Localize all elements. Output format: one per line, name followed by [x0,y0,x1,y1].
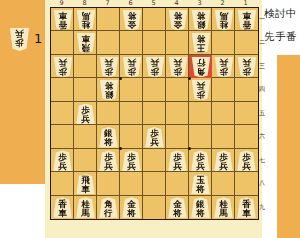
piece-kanji: 歩兵 [58,57,68,77]
piece-kanji: 王将 [196,33,206,53]
piece-kanji: 歩兵 [58,151,68,171]
piece-kanji: 金将 [127,198,137,218]
piece-kanji: 歩兵 [219,57,229,77]
board-square[interactable] [51,125,74,148]
board-square[interactable] [120,31,143,54]
rank-label-8: 八 [258,179,266,186]
board-square[interactable] [166,78,189,101]
rank-label-5: 五 [258,109,266,116]
piece-kanji: 歩兵 [173,57,183,77]
board-square[interactable] [120,125,143,148]
board-square[interactable] [166,125,189,148]
piece-kanji: 銀将 [196,198,206,218]
board-square[interactable] [74,55,97,78]
board-square[interactable] [143,102,166,125]
gote-hand-tray: 歩兵 1 [0,0,45,184]
gote-hand-pawn-count: 1 [34,31,42,46]
piece-kanji: 歩兵 [150,127,160,147]
rank-label-4: 四 [258,85,266,92]
board-square[interactable] [97,31,120,54]
piece-kanji: 歩兵 [127,57,137,77]
board-square[interactable] [120,102,143,125]
board-square[interactable] [189,125,212,148]
board-square[interactable] [235,125,258,148]
board-square[interactable] [74,78,97,101]
piece-kanji: 銀将 [104,127,114,147]
piece-kanji: 桂馬 [81,10,91,30]
piece-kanji: 金将 [127,10,137,30]
board-square[interactable] [97,102,120,125]
board-square[interactable] [166,172,189,195]
board-square[interactable] [143,149,166,172]
board-square[interactable] [143,31,166,54]
file-label-6: 6 [119,0,142,7]
gote-hand-pawn-piece[interactable]: 歩兵 [9,28,30,51]
board-square[interactable] [143,78,166,101]
rank-label-6: 六 [258,132,266,139]
piece-kanji: 歩兵 [242,57,252,77]
piece-kanji: 香車 [242,198,252,218]
board-square[interactable] [51,78,74,101]
board-square[interactable] [235,78,258,101]
hoshi-dot [119,77,122,80]
piece-kanji: 銀将 [104,80,114,100]
piece-kanji: 歩兵 [104,151,114,171]
piece-kanji: 歩兵 [81,104,91,124]
board-square[interactable] [120,78,143,101]
board-square[interactable] [74,125,97,148]
board-square[interactable] [143,196,166,219]
piece-kanji: 角行 [196,57,206,77]
piece-kanji: 歩兵 [196,151,206,171]
board-square[interactable] [166,102,189,125]
file-label-4: 4 [165,0,188,7]
shogi-board: 香車桂馬金将金将銀将桂馬香車飛車王将歩兵歩兵歩兵歩兵歩兵角行歩兵歩兵銀将歩兵歩兵… [50,7,259,220]
hoshi-dot [188,77,191,80]
rank-label-1: 一 [258,15,266,22]
piece-kanji: 香車 [242,10,252,30]
piece-kanji: 香車 [58,10,68,30]
hoshi-dot [188,147,191,150]
rank-label-7: 七 [258,156,266,163]
piece-kanji: 桂馬 [219,10,229,30]
board-square[interactable] [235,31,258,54]
piece-kanji: 金将 [173,198,183,218]
rank-label-2: 二 [258,38,266,45]
shogi-analysis-app: 歩兵 1 検討中 先手番 987654321 一二三四五六七八九 香車桂馬金将金… [0,0,300,238]
board-square[interactable] [97,8,120,31]
sente-hand-tray [277,55,300,238]
rank-label-3: 三 [258,62,266,69]
status-turn-indicator: 先手番 [264,30,300,43]
piece-kanji: 歩兵 [150,57,160,77]
board-square[interactable] [212,125,235,148]
piece-kanji: 歩兵 [219,151,229,171]
board-square[interactable] [212,31,235,54]
piece-kanji: 歩兵 [242,151,252,171]
status-analyzing: 検討中 [264,7,300,20]
board-square[interactable] [189,102,212,125]
board-square[interactable] [143,8,166,31]
board-square[interactable] [212,172,235,195]
board-square[interactable] [235,172,258,195]
piece-kanji: 金将 [173,10,183,30]
board-square[interactable] [143,172,166,195]
file-label-3: 3 [188,0,211,7]
piece-kanji: 香車 [58,198,68,218]
board-square[interactable] [212,78,235,101]
gote-hand-pawn-label: 歩兵 [15,30,25,50]
piece-kanji: 飛車 [81,33,91,53]
file-label-5: 5 [142,0,165,7]
piece-kanji: 角行 [104,198,114,218]
piece-kanji: 歩兵 [173,151,183,171]
board-square[interactable] [97,172,120,195]
hoshi-dot [119,147,122,150]
board-square[interactable] [74,149,97,172]
board-square[interactable] [51,102,74,125]
file-label-1: 1 [234,0,257,7]
file-label-9: 9 [50,0,73,7]
piece-kanji: 桂馬 [219,198,229,218]
board-square[interactable] [51,31,74,54]
board-square[interactable] [51,172,74,195]
board-square[interactable] [166,31,189,54]
piece-kanji: 歩兵 [196,80,206,100]
piece-kanji: 歩兵 [104,57,114,77]
file-label-2: 2 [211,0,234,7]
piece-kanji: 歩兵 [127,151,137,171]
board-square[interactable] [235,102,258,125]
board-square[interactable] [120,172,143,195]
piece-kanji: 飛車 [81,174,91,194]
file-label-7: 7 [96,0,119,7]
file-label-8: 8 [73,0,96,7]
rank-label-9: 九 [258,203,266,210]
board-square[interactable] [212,102,235,125]
piece-kanji: 玉将 [196,174,206,194]
left-bottom-panel [0,184,45,238]
piece-kanji: 桂馬 [81,198,91,218]
piece-kanji: 銀将 [196,10,206,30]
